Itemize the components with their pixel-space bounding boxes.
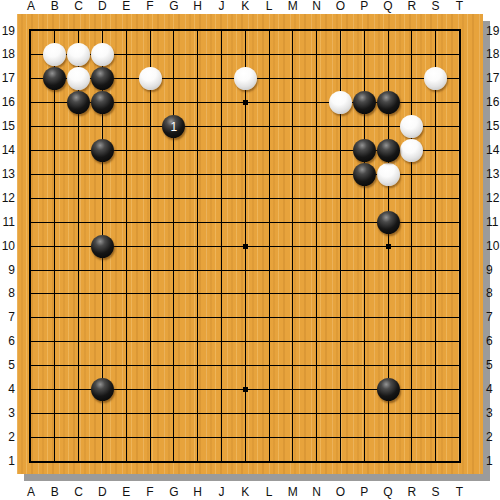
row-label-left-10: 10 [0, 240, 15, 253]
stone-black-D14[interactable] [91, 139, 114, 162]
col-label-bottom-B: B [43, 486, 67, 499]
row-label-right-16: 16 [486, 96, 500, 109]
col-label-bottom-J: J [209, 486, 233, 499]
row-label-left-13: 13 [0, 168, 15, 181]
col-label-bottom-T: T [447, 486, 471, 499]
stone-black-P13[interactable] [353, 163, 376, 186]
stone-black-D16[interactable] [91, 91, 114, 114]
stone-white-Q13[interactable] [377, 163, 400, 186]
col-label-bottom-H: H [186, 486, 210, 499]
row-label-right-19: 19 [486, 25, 500, 38]
col-label-bottom-R: R [400, 486, 424, 499]
col-label-bottom-C: C [67, 486, 91, 499]
stone-black-Q14[interactable] [377, 139, 400, 162]
stone-black-Q16[interactable] [377, 91, 400, 114]
row-label-right-8: 8 [486, 287, 500, 300]
star-point [243, 387, 248, 392]
col-label-top-N: N [305, 0, 329, 13]
col-label-top-E: E [114, 0, 138, 13]
stone-black-D10[interactable] [91, 235, 114, 258]
col-label-bottom-K: K [233, 486, 257, 499]
col-label-top-P: P [352, 0, 376, 13]
row-label-left-14: 14 [0, 144, 15, 157]
col-label-bottom-E: E [114, 486, 138, 499]
stone-black-Q11[interactable] [377, 211, 400, 234]
row-label-right-14: 14 [486, 144, 500, 157]
row-label-right-10: 10 [486, 240, 500, 253]
col-label-bottom-M: M [281, 486, 305, 499]
col-label-top-R: R [400, 0, 424, 13]
row-label-right-17: 17 [486, 72, 500, 85]
row-label-right-9: 9 [486, 264, 500, 277]
col-label-top-B: B [43, 0, 67, 13]
col-label-bottom-N: N [305, 486, 329, 499]
col-label-top-J: J [209, 0, 233, 13]
row-label-right-2: 2 [486, 431, 500, 444]
col-label-bottom-A: A [19, 486, 43, 499]
stone-black-D4[interactable] [91, 378, 114, 401]
go-board[interactable]: 1 [17, 14, 483, 474]
col-label-top-O: O [328, 0, 352, 13]
col-label-top-F: F [138, 0, 162, 13]
row-label-left-11: 11 [0, 216, 15, 229]
row-label-left-6: 6 [0, 335, 15, 348]
col-label-top-C: C [67, 0, 91, 13]
row-label-left-5: 5 [0, 359, 15, 372]
row-label-right-5: 5 [486, 359, 500, 372]
col-label-bottom-L: L [257, 486, 281, 499]
row-label-right-11: 11 [486, 216, 500, 229]
row-label-left-4: 4 [0, 383, 15, 396]
row-label-left-15: 15 [0, 120, 15, 133]
row-label-right-12: 12 [486, 192, 500, 205]
col-label-bottom-F: F [138, 486, 162, 499]
stone-white-F17[interactable] [139, 67, 162, 90]
star-point [243, 100, 248, 105]
col-label-bottom-Q: Q [376, 486, 400, 499]
row-label-right-6: 6 [486, 335, 500, 348]
col-label-top-H: H [186, 0, 210, 13]
stone-black-P14[interactable] [353, 139, 376, 162]
row-label-right-4: 4 [486, 383, 500, 396]
col-label-top-S: S [424, 0, 448, 13]
col-label-top-M: M [281, 0, 305, 13]
col-label-top-G: G [162, 0, 186, 13]
col-label-bottom-P: P [352, 486, 376, 499]
row-label-left-16: 16 [0, 96, 15, 109]
stone-black-P16[interactable] [353, 91, 376, 114]
col-label-top-T: T [447, 0, 471, 13]
row-label-left-17: 17 [0, 72, 15, 85]
row-label-right-18: 18 [486, 48, 500, 61]
row-label-left-7: 7 [0, 311, 15, 324]
row-label-left-18: 18 [0, 48, 15, 61]
row-label-left-2: 2 [0, 431, 15, 444]
row-label-left-12: 12 [0, 192, 15, 205]
star-point [386, 244, 391, 249]
row-label-left-8: 8 [0, 287, 15, 300]
col-label-top-D: D [90, 0, 114, 13]
row-label-left-19: 19 [0, 25, 15, 38]
stone-black-Q4[interactable] [377, 378, 400, 401]
row-label-right-1: 1 [486, 455, 500, 468]
stone-white-O16[interactable] [329, 91, 352, 114]
go-diagram: 1 AABBCCDDEEFFGGHHJJKKLLMMNNOOPPQQRRSSTT… [0, 0, 500, 500]
row-label-right-3: 3 [486, 407, 500, 420]
col-label-top-L: L [257, 0, 281, 13]
row-label-left-9: 9 [0, 264, 15, 277]
row-label-right-7: 7 [486, 311, 500, 324]
col-label-bottom-S: S [424, 486, 448, 499]
col-label-top-K: K [233, 0, 257, 13]
row-label-left-1: 1 [0, 455, 15, 468]
col-label-bottom-G: G [162, 486, 186, 499]
col-label-bottom-D: D [90, 486, 114, 499]
row-label-left-3: 3 [0, 407, 15, 420]
stone-white-K17[interactable] [234, 67, 257, 90]
star-point [243, 244, 248, 249]
col-label-bottom-O: O [328, 486, 352, 499]
col-label-top-A: A [19, 0, 43, 13]
row-label-right-15: 15 [486, 120, 500, 133]
move-number-label: 1 [170, 121, 177, 133]
row-label-right-13: 13 [486, 168, 500, 181]
col-label-top-Q: Q [376, 0, 400, 13]
